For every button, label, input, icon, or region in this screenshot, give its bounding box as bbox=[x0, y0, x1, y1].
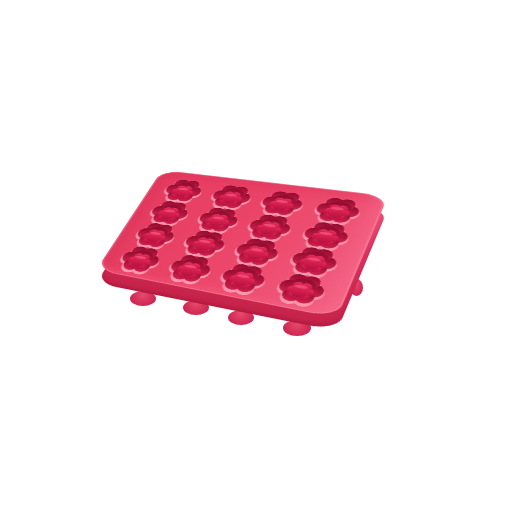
product-photo-canvas bbox=[0, 0, 512, 512]
flower-cavity-r4-c3 bbox=[213, 262, 275, 295]
flower-cavity-r4-c1 bbox=[113, 245, 169, 274]
flower-cavity-shape bbox=[266, 266, 337, 312]
flower-cavity-shape bbox=[210, 257, 278, 301]
flower-cavity-r4-c2 bbox=[161, 253, 220, 284]
flower-cavity-r4-c4 bbox=[269, 272, 334, 307]
